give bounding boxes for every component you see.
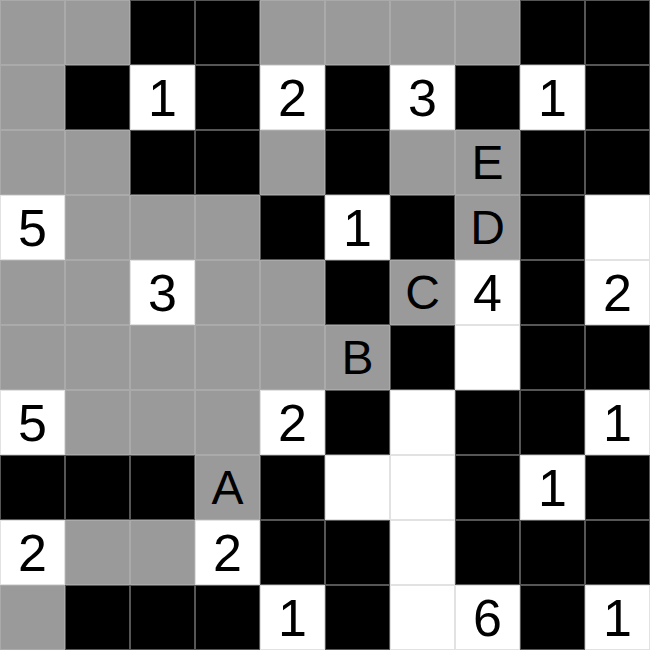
cell-r3c8[interactable] <box>520 195 585 260</box>
cell-r9c9-1[interactable]: 1 <box>585 585 650 650</box>
cell-r0c6[interactable] <box>390 0 455 65</box>
cell-r1c6-3[interactable]: 3 <box>390 65 455 130</box>
cell-r7c1[interactable] <box>65 455 130 520</box>
cell-r6c0-5[interactable]: 5 <box>0 390 65 455</box>
cell-r9c5[interactable] <box>325 585 390 650</box>
cell-r5c8[interactable] <box>520 325 585 390</box>
cell-r4c1[interactable] <box>65 260 130 325</box>
cell-r7c9[interactable] <box>585 455 650 520</box>
cell-r2c5[interactable] <box>325 130 390 195</box>
cell-r8c2[interactable] <box>130 520 195 585</box>
cell-r7c4[interactable] <box>260 455 325 520</box>
clue-number: 1 <box>538 72 567 124</box>
cell-r9c0[interactable] <box>0 585 65 650</box>
cell-r0c3[interactable] <box>195 0 260 65</box>
cell-r4c8[interactable] <box>520 260 585 325</box>
cell-r9c4-1[interactable]: 1 <box>260 585 325 650</box>
cell-r7c2[interactable] <box>130 455 195 520</box>
cell-r7c8-1[interactable]: 1 <box>520 455 585 520</box>
candidate-letter: E <box>471 139 503 187</box>
cell-r1c1[interactable] <box>65 65 130 130</box>
cell-r9c2[interactable] <box>130 585 195 650</box>
cell-r9c1[interactable] <box>65 585 130 650</box>
cell-r7c5[interactable] <box>325 455 390 520</box>
candidate-letter: D <box>470 204 505 252</box>
clue-number: 3 <box>408 72 437 124</box>
cell-r2c9[interactable] <box>585 130 650 195</box>
cell-r6c7[interactable] <box>455 390 520 455</box>
cell-r5c7[interactable] <box>455 325 520 390</box>
cell-r2c0[interactable] <box>0 130 65 195</box>
cell-r9c7-6[interactable]: 6 <box>455 585 520 650</box>
cell-r1c9[interactable] <box>585 65 650 130</box>
cell-r0c5[interactable] <box>325 0 390 65</box>
cell-r3c7-D[interactable]: D <box>455 195 520 260</box>
cell-r4c9-2[interactable]: 2 <box>585 260 650 325</box>
cell-r1c2-1[interactable]: 1 <box>130 65 195 130</box>
cell-r4c4[interactable] <box>260 260 325 325</box>
cell-r6c3[interactable] <box>195 390 260 455</box>
cell-r0c1[interactable] <box>65 0 130 65</box>
cell-r2c6[interactable] <box>390 130 455 195</box>
cell-r2c8[interactable] <box>520 130 585 195</box>
cell-r8c0-2[interactable]: 2 <box>0 520 65 585</box>
candidate-letter: C <box>405 269 440 317</box>
cell-r3c2[interactable] <box>130 195 195 260</box>
cell-r5c9[interactable] <box>585 325 650 390</box>
clue-number: 1 <box>538 462 567 514</box>
cell-r3c6[interactable] <box>390 195 455 260</box>
cell-r8c1[interactable] <box>65 520 130 585</box>
cell-r4c7-4[interactable]: 4 <box>455 260 520 325</box>
cell-r0c0[interactable] <box>0 0 65 65</box>
cell-r0c2[interactable] <box>130 0 195 65</box>
cell-r5c5-B[interactable]: B <box>325 325 390 390</box>
clue-number: 2 <box>213 527 242 579</box>
cell-r2c7-E[interactable]: E <box>455 130 520 195</box>
candidate-letter: B <box>341 334 373 382</box>
clue-number: 2 <box>18 527 47 579</box>
cell-r8c9[interactable] <box>585 520 650 585</box>
cell-r0c8[interactable] <box>520 0 585 65</box>
clue-number: 6 <box>473 592 502 644</box>
cell-r7c7[interactable] <box>455 455 520 520</box>
cell-r2c4[interactable] <box>260 130 325 195</box>
cell-r6c9-1[interactable]: 1 <box>585 390 650 455</box>
cell-r3c0-5[interactable]: 5 <box>0 195 65 260</box>
clue-number: 3 <box>148 267 177 319</box>
cell-r3c3[interactable] <box>195 195 260 260</box>
clue-number: 1 <box>278 592 307 644</box>
cell-r1c7[interactable] <box>455 65 520 130</box>
cell-r6c2[interactable] <box>130 390 195 455</box>
candidate-letter: A <box>211 464 243 512</box>
cell-r4c6-C[interactable]: C <box>390 260 455 325</box>
cell-r0c4[interactable] <box>260 0 325 65</box>
cell-r2c2[interactable] <box>130 130 195 195</box>
clue-number: 1 <box>603 397 632 449</box>
puzzle-board: 1231E51D3C42B521A122161 <box>0 0 650 650</box>
cell-r2c3[interactable] <box>195 130 260 195</box>
cell-r7c3-A[interactable]: A <box>195 455 260 520</box>
clue-number: 5 <box>18 202 47 254</box>
cell-r6c6[interactable] <box>390 390 455 455</box>
cell-r0c7[interactable] <box>455 0 520 65</box>
cell-r5c0[interactable] <box>0 325 65 390</box>
cell-r1c0[interactable] <box>0 65 65 130</box>
cell-r3c1[interactable] <box>65 195 130 260</box>
cell-r8c8[interactable] <box>520 520 585 585</box>
cell-r9c6[interactable] <box>390 585 455 650</box>
cell-r3c4[interactable] <box>260 195 325 260</box>
cell-r6c4-2[interactable]: 2 <box>260 390 325 455</box>
cell-r1c3[interactable] <box>195 65 260 130</box>
cell-r3c5-1[interactable]: 1 <box>325 195 390 260</box>
cell-r3c9[interactable] <box>585 195 650 260</box>
cell-r4c0[interactable] <box>0 260 65 325</box>
cell-r8c5[interactable] <box>325 520 390 585</box>
cell-r5c1[interactable] <box>65 325 130 390</box>
cell-r8c7[interactable] <box>455 520 520 585</box>
clue-number: 1 <box>148 72 177 124</box>
cell-r5c4[interactable] <box>260 325 325 390</box>
cell-r7c6[interactable] <box>390 455 455 520</box>
cell-r4c5[interactable] <box>325 260 390 325</box>
clue-number: 1 <box>603 592 632 644</box>
cell-r1c4-2[interactable]: 2 <box>260 65 325 130</box>
clue-number: 5 <box>18 397 47 449</box>
cell-r1c8-1[interactable]: 1 <box>520 65 585 130</box>
clue-number: 2 <box>603 267 632 319</box>
cell-r6c5[interactable] <box>325 390 390 455</box>
cell-r8c6[interactable] <box>390 520 455 585</box>
cell-r5c3[interactable] <box>195 325 260 390</box>
clue-number: 1 <box>343 202 372 254</box>
clue-number: 4 <box>473 267 502 319</box>
cell-r0c9[interactable] <box>585 0 650 65</box>
cell-r5c6[interactable] <box>390 325 455 390</box>
cell-r9c8[interactable] <box>520 585 585 650</box>
cell-r4c3[interactable] <box>195 260 260 325</box>
cell-r4c2-3[interactable]: 3 <box>130 260 195 325</box>
cell-r1c5[interactable] <box>325 65 390 130</box>
clue-number: 2 <box>278 72 307 124</box>
cell-r8c3-2[interactable]: 2 <box>195 520 260 585</box>
cell-r2c1[interactable] <box>65 130 130 195</box>
cell-r6c1[interactable] <box>65 390 130 455</box>
clue-number: 2 <box>278 397 307 449</box>
cell-r7c0[interactable] <box>0 455 65 520</box>
cell-r8c4[interactable] <box>260 520 325 585</box>
cell-r5c2[interactable] <box>130 325 195 390</box>
cell-r6c8[interactable] <box>520 390 585 455</box>
cell-r9c3[interactable] <box>195 585 260 650</box>
